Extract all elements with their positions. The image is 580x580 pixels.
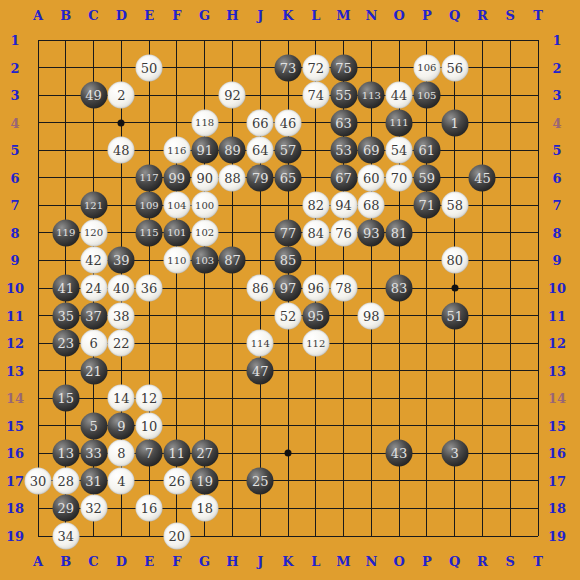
stone-D12[interactable]: 22 bbox=[108, 330, 135, 357]
stone-L11[interactable]: 95 bbox=[302, 302, 329, 329]
move-number: 112 bbox=[306, 338, 325, 348]
stone-M5[interactable]: 53 bbox=[330, 137, 357, 164]
move-number: 95 bbox=[307, 309, 324, 322]
coord-label-bottom-F: F bbox=[172, 554, 181, 569]
stone-B18[interactable]: 29 bbox=[52, 495, 79, 522]
coord-label-bottom-G: G bbox=[199, 554, 210, 569]
stone-E8[interactable]: 115 bbox=[136, 219, 163, 246]
move-number: 63 bbox=[335, 116, 352, 129]
move-number: 56 bbox=[446, 61, 463, 74]
stone-C17[interactable]: 31 bbox=[80, 467, 107, 494]
move-number: 93 bbox=[363, 226, 380, 239]
coord-label-bottom-E: E bbox=[144, 554, 154, 569]
stone-C8[interactable]: 120 bbox=[80, 219, 107, 246]
stone-C15[interactable]: 5 bbox=[80, 412, 107, 439]
move-number: 94 bbox=[335, 199, 352, 212]
stone-Q4[interactable]: 1 bbox=[441, 109, 468, 136]
stone-K4[interactable]: 46 bbox=[275, 109, 302, 136]
move-number: 48 bbox=[113, 144, 130, 157]
stone-D16[interactable]: 8 bbox=[108, 440, 135, 467]
move-number: 3 bbox=[451, 447, 459, 460]
stone-J6[interactable]: 79 bbox=[247, 164, 274, 191]
move-number: 6 bbox=[89, 337, 97, 350]
move-number: 88 bbox=[224, 171, 241, 184]
stone-D17[interactable]: 4 bbox=[108, 467, 135, 494]
move-number: 19 bbox=[196, 474, 213, 487]
go-board[interactable]: AABBCCDDEEFFGGHHJJKKLLMMNNOOPPQQRRSSTT11… bbox=[0, 0, 580, 580]
coord-label-bottom-L: L bbox=[311, 554, 320, 569]
stone-E7[interactable]: 109 bbox=[136, 192, 163, 219]
stone-E16[interactable]: 7 bbox=[136, 440, 163, 467]
move-number: 40 bbox=[113, 282, 130, 295]
move-number: 25 bbox=[252, 474, 269, 487]
grid-horizontal-line bbox=[38, 536, 538, 537]
move-number: 77 bbox=[280, 226, 297, 239]
stone-F9[interactable]: 110 bbox=[163, 247, 190, 274]
move-number: 2 bbox=[117, 89, 125, 102]
move-number: 115 bbox=[140, 228, 159, 238]
stone-H9[interactable]: 87 bbox=[219, 247, 246, 274]
move-number: 117 bbox=[140, 173, 159, 183]
stone-H5[interactable]: 89 bbox=[219, 137, 246, 164]
coord-label-bottom-B: B bbox=[60, 554, 71, 569]
stone-D14[interactable]: 14 bbox=[108, 385, 135, 412]
coord-label-right-3: 3 bbox=[552, 88, 561, 103]
move-number: 1 bbox=[451, 116, 459, 129]
stone-E18[interactable]: 16 bbox=[136, 495, 163, 522]
coord-label-bottom-D: D bbox=[116, 554, 127, 569]
move-number: 28 bbox=[57, 474, 74, 487]
stone-Q11[interactable]: 51 bbox=[441, 302, 468, 329]
coord-label-top-P: P bbox=[422, 8, 432, 23]
stone-H6[interactable]: 88 bbox=[219, 164, 246, 191]
move-number: 9 bbox=[117, 419, 125, 432]
move-number: 87 bbox=[224, 254, 241, 267]
stone-A17[interactable]: 30 bbox=[25, 467, 52, 494]
stone-O16[interactable]: 43 bbox=[386, 440, 413, 467]
grid-vertical-line bbox=[538, 40, 539, 536]
coord-label-right-12: 12 bbox=[548, 336, 566, 351]
stone-D15[interactable]: 9 bbox=[108, 412, 135, 439]
move-number: 103 bbox=[195, 255, 214, 265]
move-number: 46 bbox=[280, 116, 297, 129]
stone-D11[interactable]: 38 bbox=[108, 302, 135, 329]
move-number: 41 bbox=[57, 282, 74, 295]
move-number: 89 bbox=[224, 144, 241, 157]
stone-G6[interactable]: 90 bbox=[191, 164, 218, 191]
move-number: 7 bbox=[145, 447, 153, 460]
stone-D3[interactable]: 2 bbox=[108, 82, 135, 109]
coord-label-right-5: 5 bbox=[552, 143, 561, 158]
stone-K11[interactable]: 52 bbox=[275, 302, 302, 329]
coord-label-left-10: 10 bbox=[6, 281, 24, 296]
move-number: 119 bbox=[56, 228, 75, 238]
stone-D9[interactable]: 39 bbox=[108, 247, 135, 274]
stone-Q2[interactable]: 56 bbox=[441, 54, 468, 81]
coord-label-top-C: C bbox=[88, 8, 98, 23]
move-number: 72 bbox=[307, 61, 324, 74]
coord-label-right-17: 17 bbox=[548, 473, 566, 488]
stone-N8[interactable]: 93 bbox=[358, 219, 385, 246]
move-number: 69 bbox=[363, 144, 380, 157]
stone-L7[interactable]: 82 bbox=[302, 192, 329, 219]
stone-D10[interactable]: 40 bbox=[108, 275, 135, 302]
move-number: 18 bbox=[196, 502, 213, 515]
stone-G4[interactable]: 118 bbox=[191, 109, 218, 136]
coord-label-right-4: 4 bbox=[552, 115, 561, 130]
stone-B19[interactable]: 34 bbox=[52, 523, 79, 550]
move-number: 59 bbox=[419, 171, 436, 184]
stone-J4[interactable]: 66 bbox=[247, 109, 274, 136]
move-number: 64 bbox=[252, 144, 269, 157]
move-number: 36 bbox=[141, 282, 158, 295]
coord-label-left-14: 14 bbox=[6, 391, 24, 406]
coord-label-bottom-C: C bbox=[88, 554, 98, 569]
stone-O4[interactable]: 111 bbox=[386, 109, 413, 136]
move-number: 110 bbox=[167, 255, 186, 265]
move-number: 51 bbox=[446, 309, 463, 322]
stone-J17[interactable]: 25 bbox=[247, 467, 274, 494]
stone-C11[interactable]: 37 bbox=[80, 302, 107, 329]
coord-label-top-M: M bbox=[336, 8, 350, 23]
coord-label-left-5: 5 bbox=[10, 143, 19, 158]
coord-label-top-T: T bbox=[533, 8, 543, 23]
coord-label-left-15: 15 bbox=[6, 418, 24, 433]
stone-N6[interactable]: 60 bbox=[358, 164, 385, 191]
stone-J5[interactable]: 64 bbox=[247, 137, 274, 164]
move-number: 118 bbox=[195, 118, 214, 128]
move-number: 20 bbox=[169, 530, 186, 543]
move-number: 27 bbox=[196, 447, 213, 460]
coord-label-left-19: 19 bbox=[6, 529, 24, 544]
coord-label-bottom-H: H bbox=[226, 554, 238, 569]
stone-C7[interactable]: 121 bbox=[80, 192, 107, 219]
move-number: 66 bbox=[252, 116, 269, 129]
stone-J12[interactable]: 114 bbox=[247, 330, 274, 357]
stone-F19[interactable]: 20 bbox=[163, 523, 190, 550]
stone-N3[interactable]: 113 bbox=[358, 82, 385, 109]
move-number: 74 bbox=[307, 89, 324, 102]
stone-M2[interactable]: 75 bbox=[330, 54, 357, 81]
stone-Q7[interactable]: 58 bbox=[441, 192, 468, 219]
move-number: 114 bbox=[251, 338, 270, 348]
stone-G17[interactable]: 19 bbox=[191, 467, 218, 494]
stone-G16[interactable]: 27 bbox=[191, 440, 218, 467]
stone-B10[interactable]: 41 bbox=[52, 275, 79, 302]
stone-O5[interactable]: 54 bbox=[386, 137, 413, 164]
move-number: 97 bbox=[280, 282, 297, 295]
stone-F7[interactable]: 104 bbox=[163, 192, 190, 219]
stone-K5[interactable]: 57 bbox=[275, 137, 302, 164]
move-number: 65 bbox=[280, 171, 297, 184]
stone-E10[interactable]: 36 bbox=[136, 275, 163, 302]
move-number: 24 bbox=[85, 282, 102, 295]
move-number: 47 bbox=[252, 364, 269, 377]
coord-label-top-E: E bbox=[144, 8, 154, 23]
move-number: 52 bbox=[280, 309, 297, 322]
stone-C13[interactable]: 21 bbox=[80, 357, 107, 384]
move-number: 11 bbox=[169, 447, 186, 460]
move-number: 61 bbox=[419, 144, 436, 157]
move-number: 23 bbox=[57, 337, 74, 350]
move-number: 86 bbox=[252, 282, 269, 295]
stone-P3[interactable]: 105 bbox=[413, 82, 440, 109]
stone-B11[interactable]: 35 bbox=[52, 302, 79, 329]
move-number: 55 bbox=[335, 89, 352, 102]
move-number: 113 bbox=[362, 90, 381, 100]
move-number: 13 bbox=[57, 447, 74, 460]
stone-E15[interactable]: 10 bbox=[136, 412, 163, 439]
stone-M10[interactable]: 78 bbox=[330, 275, 357, 302]
move-number: 85 bbox=[280, 254, 297, 267]
move-number: 84 bbox=[307, 226, 324, 239]
coord-label-bottom-S: S bbox=[506, 554, 515, 569]
stone-O3[interactable]: 44 bbox=[386, 82, 413, 109]
coord-label-right-1: 1 bbox=[552, 33, 561, 48]
stone-F5[interactable]: 116 bbox=[163, 137, 190, 164]
stone-C18[interactable]: 32 bbox=[80, 495, 107, 522]
move-number: 102 bbox=[195, 228, 214, 238]
move-number: 96 bbox=[307, 282, 324, 295]
star-point-Q10 bbox=[451, 285, 458, 292]
move-number: 35 bbox=[57, 309, 74, 322]
move-number: 105 bbox=[417, 90, 436, 100]
move-number: 90 bbox=[196, 171, 213, 184]
coord-label-bottom-T: T bbox=[533, 554, 543, 569]
stone-F17[interactable]: 26 bbox=[163, 467, 190, 494]
stone-B14[interactable]: 15 bbox=[52, 385, 79, 412]
move-number: 57 bbox=[280, 144, 297, 157]
coord-label-left-11: 11 bbox=[6, 308, 24, 323]
coord-label-left-4: 4 bbox=[10, 115, 19, 130]
coord-label-right-8: 8 bbox=[552, 225, 561, 240]
move-number: 43 bbox=[391, 447, 408, 460]
move-number: 8 bbox=[117, 447, 125, 460]
stone-E2[interactable]: 50 bbox=[136, 54, 163, 81]
move-number: 22 bbox=[113, 337, 130, 350]
stone-O6[interactable]: 70 bbox=[386, 164, 413, 191]
move-number: 53 bbox=[335, 144, 352, 157]
star-point-K16 bbox=[285, 450, 292, 457]
stone-J10[interactable]: 86 bbox=[247, 275, 274, 302]
move-number: 79 bbox=[252, 171, 269, 184]
grid-vertical-line bbox=[426, 40, 427, 536]
move-number: 82 bbox=[307, 199, 324, 212]
coord-label-right-15: 15 bbox=[548, 418, 566, 433]
grid-vertical-line bbox=[371, 40, 372, 536]
coord-label-top-R: R bbox=[477, 8, 488, 23]
stone-P2[interactable]: 106 bbox=[413, 54, 440, 81]
grid-horizontal-line bbox=[38, 508, 538, 509]
grid-vertical-line bbox=[482, 40, 483, 536]
stone-B17[interactable]: 28 bbox=[52, 467, 79, 494]
coord-label-left-8: 8 bbox=[10, 225, 19, 240]
stone-M8[interactable]: 76 bbox=[330, 219, 357, 246]
move-number: 33 bbox=[85, 447, 102, 460]
move-number: 30 bbox=[30, 474, 47, 487]
coord-label-bottom-P: P bbox=[422, 554, 432, 569]
coord-label-bottom-N: N bbox=[365, 554, 377, 569]
stone-F8[interactable]: 101 bbox=[163, 219, 190, 246]
stone-P7[interactable]: 71 bbox=[413, 192, 440, 219]
move-number: 32 bbox=[85, 502, 102, 515]
move-number: 44 bbox=[391, 89, 408, 102]
coord-label-bottom-J: J bbox=[257, 554, 263, 569]
coord-label-left-9: 9 bbox=[10, 253, 19, 268]
move-number: 116 bbox=[167, 145, 186, 155]
coord-label-top-N: N bbox=[365, 8, 377, 23]
stone-L3[interactable]: 74 bbox=[302, 82, 329, 109]
stone-R6[interactable]: 45 bbox=[469, 164, 496, 191]
stone-D5[interactable]: 48 bbox=[108, 137, 135, 164]
move-number: 80 bbox=[446, 254, 463, 267]
stone-J13[interactable]: 47 bbox=[247, 357, 274, 384]
coord-label-left-17: 17 bbox=[6, 473, 24, 488]
move-number: 75 bbox=[335, 61, 352, 74]
move-number: 91 bbox=[196, 144, 213, 157]
stone-G8[interactable]: 102 bbox=[191, 219, 218, 246]
move-number: 83 bbox=[391, 282, 408, 295]
coord-label-top-H: H bbox=[226, 8, 238, 23]
coord-label-top-K: K bbox=[282, 8, 293, 23]
move-number: 106 bbox=[417, 63, 436, 73]
coord-label-bottom-R: R bbox=[477, 554, 488, 569]
move-number: 10 bbox=[141, 419, 158, 432]
grid-horizontal-line bbox=[38, 370, 538, 371]
stone-M6[interactable]: 67 bbox=[330, 164, 357, 191]
move-number: 104 bbox=[167, 200, 186, 210]
star-point-D4 bbox=[118, 119, 125, 126]
stone-E6[interactable]: 117 bbox=[136, 164, 163, 191]
stone-N5[interactable]: 69 bbox=[358, 137, 385, 164]
stone-Q16[interactable]: 3 bbox=[441, 440, 468, 467]
stone-E14[interactable]: 12 bbox=[136, 385, 163, 412]
stone-C10[interactable]: 24 bbox=[80, 275, 107, 302]
stone-M4[interactable]: 63 bbox=[330, 109, 357, 136]
move-number: 111 bbox=[390, 118, 409, 128]
move-number: 12 bbox=[141, 392, 158, 405]
stone-K10[interactable]: 97 bbox=[275, 275, 302, 302]
coord-label-left-18: 18 bbox=[6, 501, 24, 516]
stone-G7[interactable]: 100 bbox=[191, 192, 218, 219]
stone-P5[interactable]: 61 bbox=[413, 137, 440, 164]
coord-label-right-7: 7 bbox=[552, 198, 561, 213]
stone-F16[interactable]: 11 bbox=[163, 440, 190, 467]
stone-N7[interactable]: 68 bbox=[358, 192, 385, 219]
stone-C3[interactable]: 49 bbox=[80, 82, 107, 109]
stone-O10[interactable]: 83 bbox=[386, 275, 413, 302]
move-number: 120 bbox=[84, 228, 103, 238]
stone-K8[interactable]: 77 bbox=[275, 219, 302, 246]
coord-label-left-12: 12 bbox=[6, 336, 24, 351]
move-number: 49 bbox=[85, 89, 102, 102]
move-number: 121 bbox=[84, 200, 103, 210]
stone-K6[interactable]: 65 bbox=[275, 164, 302, 191]
stone-G18[interactable]: 18 bbox=[191, 495, 218, 522]
move-number: 39 bbox=[113, 254, 130, 267]
stone-B12[interactable]: 23 bbox=[52, 330, 79, 357]
stone-G9[interactable]: 103 bbox=[191, 247, 218, 274]
coord-label-right-2: 2 bbox=[552, 60, 561, 75]
coord-label-bottom-M: M bbox=[336, 554, 350, 569]
move-number: 26 bbox=[169, 474, 186, 487]
coord-label-right-18: 18 bbox=[548, 501, 566, 516]
stone-L2[interactable]: 72 bbox=[302, 54, 329, 81]
stone-C9[interactable]: 42 bbox=[80, 247, 107, 274]
coord-label-top-O: O bbox=[393, 8, 404, 23]
coord-label-top-F: F bbox=[172, 8, 181, 23]
stone-G5[interactable]: 91 bbox=[191, 137, 218, 164]
move-number: 29 bbox=[57, 502, 74, 515]
coord-label-bottom-Q: Q bbox=[449, 554, 460, 569]
coord-label-right-9: 9 bbox=[552, 253, 561, 268]
coord-label-right-10: 10 bbox=[548, 281, 566, 296]
move-number: 98 bbox=[363, 309, 380, 322]
stone-L10[interactable]: 96 bbox=[302, 275, 329, 302]
grid-vertical-line bbox=[510, 40, 511, 536]
coord-label-bottom-O: O bbox=[393, 554, 404, 569]
move-number: 14 bbox=[113, 392, 130, 405]
stone-F6[interactable]: 99 bbox=[163, 164, 190, 191]
move-number: 15 bbox=[57, 392, 74, 405]
stone-L8[interactable]: 84 bbox=[302, 219, 329, 246]
coord-label-left-3: 3 bbox=[10, 88, 19, 103]
stone-C12[interactable]: 6 bbox=[80, 330, 107, 357]
coord-label-left-1: 1 bbox=[10, 33, 19, 48]
move-number: 109 bbox=[140, 200, 159, 210]
stone-K2[interactable]: 73 bbox=[275, 54, 302, 81]
move-number: 99 bbox=[169, 171, 186, 184]
stone-C16[interactable]: 33 bbox=[80, 440, 107, 467]
move-number: 81 bbox=[391, 226, 408, 239]
coord-label-top-D: D bbox=[116, 8, 127, 23]
move-number: 50 bbox=[141, 61, 158, 74]
coord-label-top-L: L bbox=[311, 8, 320, 23]
coord-label-bottom-K: K bbox=[282, 554, 293, 569]
move-number: 21 bbox=[85, 364, 102, 377]
move-number: 67 bbox=[335, 171, 352, 184]
coord-label-top-Q: Q bbox=[449, 8, 460, 23]
stone-Q9[interactable]: 80 bbox=[441, 247, 468, 274]
coord-label-left-16: 16 bbox=[6, 446, 24, 461]
coord-label-left-2: 2 bbox=[10, 60, 19, 75]
move-number: 45 bbox=[474, 171, 491, 184]
coord-label-left-7: 7 bbox=[10, 198, 19, 213]
move-number: 37 bbox=[85, 309, 102, 322]
coord-label-top-B: B bbox=[60, 8, 71, 23]
coord-label-right-14: 14 bbox=[548, 391, 566, 406]
stone-P6[interactable]: 59 bbox=[413, 164, 440, 191]
stone-B8[interactable]: 119 bbox=[52, 219, 79, 246]
stone-N11[interactable]: 98 bbox=[358, 302, 385, 329]
stone-B16[interactable]: 13 bbox=[52, 440, 79, 467]
coord-label-top-J: J bbox=[257, 8, 263, 23]
stone-K9[interactable]: 85 bbox=[275, 247, 302, 274]
move-number: 34 bbox=[57, 530, 74, 543]
stone-M3[interactable]: 55 bbox=[330, 82, 357, 109]
move-number: 16 bbox=[141, 502, 158, 515]
stone-M7[interactable]: 94 bbox=[330, 192, 357, 219]
stone-O8[interactable]: 81 bbox=[386, 219, 413, 246]
stone-H3[interactable]: 92 bbox=[219, 82, 246, 109]
move-number: 101 bbox=[167, 228, 186, 238]
coord-label-top-S: S bbox=[506, 8, 515, 23]
move-number: 60 bbox=[363, 171, 380, 184]
move-number: 78 bbox=[335, 282, 352, 295]
move-number: 73 bbox=[280, 61, 297, 74]
stone-L12[interactable]: 112 bbox=[302, 330, 329, 357]
coord-label-right-11: 11 bbox=[548, 308, 566, 323]
